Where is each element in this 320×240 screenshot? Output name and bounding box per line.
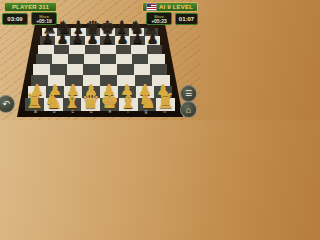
file-label-f: f: [127, 109, 128, 114]
square-f7[interactable]: ♟: [115, 36, 130, 45]
square-c7[interactable]: ♟: [70, 36, 85, 45]
square-c5[interactable]: [68, 54, 84, 64]
player-move-timer: Move +05:19: [31, 12, 57, 25]
square-e4[interactable]: [100, 64, 117, 75]
square-f6[interactable]: [116, 45, 132, 54]
black-pawn[interactable]: ♟: [117, 32, 129, 45]
ai-label: AI 9 LEVEL: [159, 4, 193, 10]
square-f5[interactable]: [116, 54, 132, 64]
rank-row-6: [38, 45, 162, 54]
square-b4[interactable]: [50, 64, 67, 75]
menu-button[interactable]: ☰: [180, 85, 197, 102]
ai-move-timer: Move +05:23: [146, 12, 172, 25]
square-d5[interactable]: [84, 54, 100, 64]
black-pawn[interactable]: ♟: [72, 32, 84, 45]
square-a7[interactable]: ♟: [40, 36, 55, 45]
square-h6[interactable]: [147, 45, 163, 54]
square-e6[interactable]: [100, 45, 116, 54]
file-label-a: a: [34, 109, 37, 114]
chess-board: ♜♞♝♛♚♝♞♜♟♟♟♟♟♟♟♟♟♟♟♟♟♟♟♟♜♞♝♛♚♝♞♜: [25, 28, 175, 111]
black-pawn[interactable]: ♟: [87, 32, 99, 45]
file-label-c: c: [71, 109, 74, 114]
us-flag-icon: [146, 3, 157, 11]
file-label-h: h: [163, 109, 166, 114]
square-h4[interactable]: [150, 64, 167, 75]
file-label-d: d: [90, 109, 93, 114]
rank-row-4: [33, 64, 167, 75]
square-a4[interactable]: [33, 64, 50, 75]
rank-row-5: [36, 54, 165, 64]
square-g7[interactable]: ♟: [130, 36, 145, 45]
ai-move-label: Move: [154, 14, 164, 18]
file-label-e: e: [108, 109, 111, 114]
ai-clock-text: 01:07: [179, 16, 194, 22]
ai-banner: AI 9 LEVEL: [142, 2, 198, 12]
square-b5[interactable]: [52, 54, 68, 64]
square-d7[interactable]: ♟: [85, 36, 100, 45]
black-pawn[interactable]: ♟: [147, 32, 159, 45]
square-b6[interactable]: [54, 45, 70, 54]
square-c4[interactable]: [67, 64, 84, 75]
black-pawn[interactable]: ♟: [132, 32, 144, 45]
undo-icon: ↶: [2, 99, 10, 109]
player-label: PLAYER 311: [12, 4, 49, 10]
square-e5[interactable]: [100, 54, 116, 64]
menu-icon: ☰: [185, 89, 192, 98]
square-a6[interactable]: [38, 45, 54, 54]
square-g4[interactable]: [134, 64, 151, 75]
player-banner: PLAYER 311: [4, 2, 57, 12]
square-d6[interactable]: [85, 45, 101, 54]
home-button[interactable]: ⌂: [180, 101, 197, 118]
square-b7[interactable]: ♟: [55, 36, 70, 45]
black-pawn[interactable]: ♟: [42, 32, 54, 45]
ai-clock: 01:07: [175, 13, 198, 25]
player-move-time: +05:19: [36, 19, 52, 24]
black-pawn[interactable]: ♟: [102, 32, 114, 45]
square-h5[interactable]: [148, 54, 164, 64]
square-g5[interactable]: [132, 54, 148, 64]
black-pawn[interactable]: ♟: [57, 32, 69, 45]
player-clock-text: 03:09: [7, 16, 22, 22]
player-move-label: Move: [39, 14, 49, 18]
square-a5[interactable]: [36, 54, 52, 64]
home-icon: ⌂: [186, 105, 191, 115]
square-f4[interactable]: [117, 64, 134, 75]
file-label-g: g: [144, 109, 147, 114]
square-g6[interactable]: [131, 45, 147, 54]
player-clock: 03:09: [2, 13, 28, 25]
file-labels: abcdefgh: [26, 109, 174, 114]
file-label-b: b: [53, 109, 56, 114]
square-h7[interactable]: ♟: [145, 36, 160, 45]
square-d4[interactable]: [83, 64, 100, 75]
square-e7[interactable]: ♟: [100, 36, 115, 45]
ai-move-time: +05:23: [151, 19, 167, 24]
square-c6[interactable]: [69, 45, 85, 54]
rank-row-7: ♟♟♟♟♟♟♟♟: [40, 36, 160, 45]
